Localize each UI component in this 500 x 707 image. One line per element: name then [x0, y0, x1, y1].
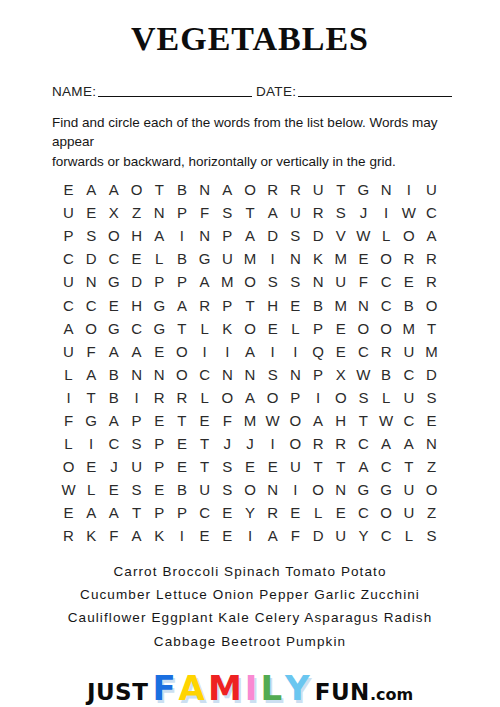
grid-cell-r6c3[interactable]: E [103, 293, 126, 316]
grid-cell-r16c4[interactable]: A [125, 524, 148, 547]
grid-cell-r11c12[interactable]: A [307, 409, 330, 432]
grid-cell-r8c2[interactable]: F [80, 340, 103, 363]
grid-cell-r2c17[interactable]: C [420, 201, 443, 224]
grid-cell-r7c17[interactable]: T [420, 317, 443, 340]
date-blank-line [298, 82, 452, 97]
grid-cell-r11c5[interactable]: E [148, 409, 171, 432]
grid-cell-r4c8[interactable]: U [216, 247, 239, 270]
grid-cell-r7c11[interactable]: L [284, 317, 307, 340]
name-date-row: NAME: DATE: [52, 82, 456, 99]
grid-cell-r7c5[interactable]: G [148, 317, 171, 340]
grid-cell-r15c2[interactable]: A [80, 501, 103, 524]
grid-cell-r10c1[interactable]: I [57, 386, 80, 409]
grid-cell-r3c3[interactable]: O [103, 224, 126, 247]
grid-cell-r6c16[interactable]: B [397, 293, 420, 316]
grid-cell-r2c14[interactable]: J [352, 201, 375, 224]
grid-cell-r15c5[interactable]: P [148, 501, 171, 524]
grid-cell-r14c12[interactable]: O [307, 478, 330, 501]
grid-cell-r14c3[interactable]: E [103, 478, 126, 501]
grid-cell-r7c12[interactable]: P [307, 317, 330, 340]
grid-cell-r12c13[interactable]: R [329, 432, 352, 455]
grid-cell-r11c10[interactable]: W [261, 409, 284, 432]
grid-cell-r7c7[interactable]: L [193, 317, 216, 340]
grid-cell-r7c3[interactable]: G [103, 317, 126, 340]
grid-cell-r14c11[interactable]: I [284, 478, 307, 501]
grid-cell-r7c4[interactable]: C [125, 317, 148, 340]
grid-cell-r4c15[interactable]: O [375, 247, 398, 270]
grid-cell-r5c7[interactable]: A [193, 270, 216, 293]
grid-cell-r14c8[interactable]: S [216, 478, 239, 501]
grid-cell-r14c4[interactable]: S [125, 478, 148, 501]
grid-cell-r14c2[interactable]: L [80, 478, 103, 501]
grid-cell-r4c5[interactable]: L [148, 247, 171, 270]
grid-cell-r11c2[interactable]: G [80, 409, 103, 432]
grid-cell-r15c13[interactable]: E [329, 501, 352, 524]
instructions: Find and circle each of the words from t… [52, 113, 456, 172]
grid-cell-r15c7[interactable]: C [193, 501, 216, 524]
grid-cell-r9c10[interactable]: S [261, 363, 284, 386]
grid-cell-r2c13[interactable]: S [329, 201, 352, 224]
grid-cell-r16c3[interactable]: F [103, 524, 126, 547]
grid-cell-r3c16[interactable]: O [397, 224, 420, 247]
grid-cell-r5c2[interactable]: N [80, 270, 103, 293]
word-search-grid: EAAOTBNAORRUTGNIUUEXZNPFSTAURSJIWCPSOHAI… [57, 178, 443, 548]
grid-cell-r13c17[interactable]: Z [420, 455, 443, 478]
grid-cell-r1c3[interactable]: A [103, 178, 126, 201]
grid-cell-r15c12[interactable]: L [307, 501, 330, 524]
grid-cell-r15c14[interactable]: C [352, 501, 375, 524]
grid-cell-r14c13[interactable]: N [329, 478, 352, 501]
grid-cell-r5c4[interactable]: D [125, 270, 148, 293]
grid-cell-r13c6[interactable]: E [171, 455, 194, 478]
grid-cell-r9c12[interactable]: P [307, 363, 330, 386]
grid-cell-r16c11[interactable]: F [284, 524, 307, 547]
grid-cell-r2c12[interactable]: R [307, 201, 330, 224]
instructions-line-1: Find and circle each of the words from t… [52, 113, 456, 152]
grid-cell-r2c15[interactable]: I [375, 201, 398, 224]
grid-cell-r9c6[interactable]: O [171, 363, 194, 386]
grid-cell-r10c4[interactable]: I [125, 386, 148, 409]
grid-cell-r5c11[interactable]: S [284, 270, 307, 293]
grid-wrapper: EAAOTBNAORRUTGNIUUEXZNPFSTAURSJIWCPSOHAI… [0, 178, 500, 548]
grid-cell-r15c16[interactable]: U [397, 501, 420, 524]
grid-cell-r16c12[interactable]: D [307, 524, 330, 547]
grid-cell-r12c10[interactable]: I [261, 432, 284, 455]
grid-cell-r2c4[interactable]: Z [125, 201, 148, 224]
grid-cell-r14c10[interactable]: N [261, 478, 284, 501]
grid-cell-r10c7[interactable]: L [193, 386, 216, 409]
grid-cell-r11c7[interactable]: E [193, 409, 216, 432]
grid-cell-r4c9[interactable]: M [239, 247, 262, 270]
grid-cell-r11c1[interactable]: F [57, 409, 80, 432]
grid-cell-r16c2[interactable]: K [80, 524, 103, 547]
grid-cell-r10c9[interactable]: A [239, 386, 262, 409]
grid-cell-r12c1[interactable]: L [57, 432, 80, 455]
grid-cell-r4c14[interactable]: E [352, 247, 375, 270]
grid-cell-r7c13[interactable]: E [329, 317, 352, 340]
grid-cell-r3c9[interactable]: A [239, 224, 262, 247]
grid-cell-r3c11[interactable]: S [284, 224, 307, 247]
grid-cell-r4c16[interactable]: R [397, 247, 420, 270]
grid-cell-r8c10[interactable]: I [261, 340, 284, 363]
grid-cell-r6c17[interactable]: O [420, 293, 443, 316]
grid-cell-r13c10[interactable]: E [261, 455, 284, 478]
grid-cell-r8c7[interactable]: I [193, 340, 216, 363]
grid-cell-r6c2[interactable]: C [80, 293, 103, 316]
page-title: VEGETABLES [0, 20, 500, 58]
grid-cell-r4c10[interactable]: I [261, 247, 284, 270]
grid-cell-r8c11[interactable]: I [284, 340, 307, 363]
grid-cell-r2c7[interactable]: F [193, 201, 216, 224]
grid-cell-r9c15[interactable]: B [375, 363, 398, 386]
grid-cell-r9c14[interactable]: W [352, 363, 375, 386]
grid-cell-r15c11[interactable]: E [284, 501, 307, 524]
grid-cell-r5c10[interactable]: S [261, 270, 284, 293]
grid-cell-r6c13[interactable]: M [329, 293, 352, 316]
grid-cell-r2c2[interactable]: E [80, 201, 103, 224]
grid-cell-r16c6[interactable]: I [171, 524, 194, 547]
grid-cell-r10c14[interactable]: S [352, 386, 375, 409]
grid-cell-r11c8[interactable]: F [216, 409, 239, 432]
grid-cell-r6c10[interactable]: H [261, 293, 284, 316]
grid-cell-r15c3[interactable]: A [103, 501, 126, 524]
grid-cell-r1c17[interactable]: U [420, 178, 443, 201]
grid-cell-r3c4[interactable]: H [125, 224, 148, 247]
grid-cell-r13c8[interactable]: S [216, 455, 239, 478]
grid-cell-r13c16[interactable]: T [397, 455, 420, 478]
grid-cell-r11c14[interactable]: T [352, 409, 375, 432]
grid-cell-r16c7[interactable]: E [193, 524, 216, 547]
grid-cell-r3c14[interactable]: W [352, 224, 375, 247]
grid-cell-r3c7[interactable]: N [193, 224, 216, 247]
grid-cell-r14c9[interactable]: O [239, 478, 262, 501]
grid-cell-r16c5[interactable]: K [148, 524, 171, 547]
instructions-line-2: forwards or backward, horizontally or ve… [52, 152, 456, 172]
grid-cell-r9c1[interactable]: L [57, 363, 80, 386]
grid-cell-r3c2[interactable]: S [80, 224, 103, 247]
grid-cell-r8c6[interactable]: O [171, 340, 194, 363]
logo-letter-y: Y [284, 668, 312, 707]
grid-cell-r2c3[interactable]: X [103, 201, 126, 224]
grid-cell-r15c4[interactable]: T [125, 501, 148, 524]
grid-cell-r6c1[interactable]: C [57, 293, 80, 316]
grid-cell-r6c6[interactable]: A [171, 293, 194, 316]
grid-cell-r2c10[interactable]: A [261, 201, 284, 224]
grid-cell-r10c2[interactable]: T [80, 386, 103, 409]
grid-cell-r4c7[interactable]: G [193, 247, 216, 270]
grid-cell-r3c10[interactable]: D [261, 224, 284, 247]
grid-cell-r13c1[interactable]: O [57, 455, 80, 478]
grid-cell-r3c12[interactable]: D [307, 224, 330, 247]
grid-cell-r10c3[interactable]: B [103, 386, 126, 409]
grid-cell-r9c17[interactable]: D [420, 363, 443, 386]
grid-cell-r6c7[interactable]: R [193, 293, 216, 316]
logo-just-text: JUST [87, 679, 149, 705]
grid-cell-r2c6[interactable]: P [171, 201, 194, 224]
logo-letter-l: L [259, 668, 284, 707]
grid-cell-r12c11[interactable]: O [284, 432, 307, 455]
grid-cell-r5c9[interactable]: O [239, 270, 262, 293]
grid-cell-r5c5[interactable]: P [148, 270, 171, 293]
grid-cell-r16c13[interactable]: U [329, 524, 352, 547]
grid-cell-r14c7[interactable]: U [193, 478, 216, 501]
grid-cell-r1c1[interactable]: E [57, 178, 80, 201]
grid-cell-r9c9[interactable]: N [239, 363, 262, 386]
name-blank-line [98, 82, 252, 97]
grid-cell-r10c17[interactable]: S [420, 386, 443, 409]
grid-cell-r9c5[interactable]: N [148, 363, 171, 386]
grid-cell-r11c11[interactable]: O [284, 409, 307, 432]
grid-cell-r1c10[interactable]: R [261, 178, 284, 201]
grid-cell-r4c12[interactable]: K [307, 247, 330, 270]
grid-cell-r16c8[interactable]: E [216, 524, 239, 547]
grid-cell-r2c1[interactable]: U [57, 201, 80, 224]
grid-cell-r5c8[interactable]: M [216, 270, 239, 293]
grid-cell-r15c17[interactable]: Z [420, 501, 443, 524]
grid-cell-r8c9[interactable]: A [239, 340, 262, 363]
grid-cell-r1c6[interactable]: B [171, 178, 194, 201]
grid-cell-r15c1[interactable]: E [57, 501, 80, 524]
grid-cell-r16c1[interactable]: R [57, 524, 80, 547]
grid-cell-r5c12[interactable]: N [307, 270, 330, 293]
grid-cell-r13c14[interactable]: A [352, 455, 375, 478]
grid-cell-r1c14[interactable]: G [352, 178, 375, 201]
grid-cell-r13c12[interactable]: T [307, 455, 330, 478]
grid-cell-r13c4[interactable]: U [125, 455, 148, 478]
grid-cell-r8c17[interactable]: M [420, 340, 443, 363]
grid-cell-r10c12[interactable]: I [307, 386, 330, 409]
grid-cell-r10c13[interactable]: O [329, 386, 352, 409]
grid-cell-r1c8[interactable]: A [216, 178, 239, 201]
logo-com-text: .com [370, 685, 413, 704]
grid-cell-r14c6[interactable]: B [171, 478, 194, 501]
grid-cell-r11c13[interactable]: H [329, 409, 352, 432]
grid-cell-r16c15[interactable]: C [375, 524, 398, 547]
grid-cell-r11c9[interactable]: M [239, 409, 262, 432]
grid-cell-r12c4[interactable]: S [125, 432, 148, 455]
grid-cell-r13c7[interactable]: T [193, 455, 216, 478]
grid-cell-r11c15[interactable]: W [375, 409, 398, 432]
grid-cell-r10c11[interactable]: P [284, 386, 307, 409]
grid-cell-r8c4[interactable]: A [125, 340, 148, 363]
grid-cell-r1c11[interactable]: R [284, 178, 307, 201]
grid-cell-r8c1[interactable]: U [57, 340, 80, 363]
grid-cell-r14c15[interactable]: G [375, 478, 398, 501]
grid-cell-r4c13[interactable]: M [329, 247, 352, 270]
grid-cell-r6c4[interactable]: H [125, 293, 148, 316]
grid-cell-r1c2[interactable]: A [80, 178, 103, 201]
grid-cell-r9c3[interactable]: B [103, 363, 126, 386]
grid-cell-r12c12[interactable]: R [307, 432, 330, 455]
grid-cell-r7c16[interactable]: M [397, 317, 420, 340]
grid-cell-r4c17[interactable]: R [420, 247, 443, 270]
grid-cell-r2c8[interactable]: S [216, 201, 239, 224]
word-list-line-2: Cucumber Lettuce Onion Pepper Garlic Zuc… [0, 583, 500, 606]
grid-cell-r3c17[interactable]: A [420, 224, 443, 247]
grid-cell-r6c5[interactable]: G [148, 293, 171, 316]
grid-cell-r7c15[interactable]: O [375, 317, 398, 340]
grid-cell-r11c17[interactable]: E [420, 409, 443, 432]
grid-cell-r4c2[interactable]: D [80, 247, 103, 270]
grid-cell-r8c5[interactable]: E [148, 340, 171, 363]
grid-cell-r9c2[interactable]: A [80, 363, 103, 386]
grid-cell-r12c3[interactable]: C [103, 432, 126, 455]
grid-cell-r12c14[interactable]: C [352, 432, 375, 455]
logo-letter-a: A [178, 668, 207, 707]
grid-cell-r7c6[interactable]: T [171, 317, 194, 340]
grid-cell-r7c14[interactable]: O [352, 317, 375, 340]
grid-cell-r1c12[interactable]: U [307, 178, 330, 201]
grid-cell-r12c5[interactable]: P [148, 432, 171, 455]
grid-cell-r14c14[interactable]: G [352, 478, 375, 501]
grid-cell-r6c9[interactable]: T [239, 293, 262, 316]
grid-cell-r14c5[interactable]: E [148, 478, 171, 501]
grid-cell-r14c16[interactable]: U [397, 478, 420, 501]
grid-cell-r3c1[interactable]: P [57, 224, 80, 247]
name-label: NAME: [52, 84, 96, 99]
grid-cell-r11c16[interactable]: C [397, 409, 420, 432]
grid-cell-r1c4[interactable]: O [125, 178, 148, 201]
grid-cell-r14c17[interactable]: O [420, 478, 443, 501]
grid-cell-r8c12[interactable]: Q [307, 340, 330, 363]
logo-letter-m: M [207, 668, 244, 707]
grid-cell-r16c10[interactable]: A [261, 524, 284, 547]
grid-cell-r4c6[interactable]: B [171, 247, 194, 270]
grid-cell-r1c15[interactable]: N [375, 178, 398, 201]
grid-cell-r3c13[interactable]: V [329, 224, 352, 247]
grid-cell-r5c15[interactable]: C [375, 270, 398, 293]
grid-cell-r5c6[interactable]: P [171, 270, 194, 293]
grid-cell-r3c6[interactable]: I [171, 224, 194, 247]
grid-cell-r8c8[interactable]: I [216, 340, 239, 363]
logo-letter-i: I [244, 668, 260, 707]
grid-cell-r10c16[interactable]: U [397, 386, 420, 409]
grid-cell-r9c8[interactable]: N [216, 363, 239, 386]
grid-cell-r3c5[interactable]: A [148, 224, 171, 247]
grid-cell-r12c6[interactable]: E [171, 432, 194, 455]
grid-cell-r7c1[interactable]: A [57, 317, 80, 340]
grid-cell-r8c13[interactable]: E [329, 340, 352, 363]
grid-cell-r16c17[interactable]: S [420, 524, 443, 547]
grid-cell-r10c8[interactable]: O [216, 386, 239, 409]
grid-cell-r12c16[interactable]: A [397, 432, 420, 455]
grid-cell-r14c1[interactable]: W [57, 478, 80, 501]
grid-cell-r16c9[interactable]: I [239, 524, 262, 547]
logo-family: FAMILY [151, 668, 311, 707]
grid-cell-r6c15[interactable]: C [375, 293, 398, 316]
grid-cell-r9c16[interactable]: C [397, 363, 420, 386]
grid-cell-r12c17[interactable]: N [420, 432, 443, 455]
grid-cell-r6c14[interactable]: N [352, 293, 375, 316]
grid-cell-r5c14[interactable]: F [352, 270, 375, 293]
grid-cell-r11c4[interactable]: P [125, 409, 148, 432]
grid-cell-r1c9[interactable]: O [239, 178, 262, 201]
grid-cell-r11c6[interactable]: T [171, 409, 194, 432]
grid-cell-r3c8[interactable]: P [216, 224, 239, 247]
grid-cell-r16c16[interactable]: L [397, 524, 420, 547]
grid-cell-r15c15[interactable]: O [375, 501, 398, 524]
grid-cell-r11c3[interactable]: A [103, 409, 126, 432]
grid-cell-r3c15[interactable]: L [375, 224, 398, 247]
grid-cell-r1c16[interactable]: I [397, 178, 420, 201]
grid-cell-r10c10[interactable]: O [261, 386, 284, 409]
grid-cell-r15c10[interactable]: R [261, 501, 284, 524]
grid-cell-r1c7[interactable]: N [193, 178, 216, 201]
grid-cell-r15c9[interactable]: Y [239, 501, 262, 524]
grid-cell-r4c3[interactable]: C [103, 247, 126, 270]
grid-cell-r8c14[interactable]: C [352, 340, 375, 363]
grid-cell-r6c12[interactable]: B [307, 293, 330, 316]
grid-cell-r9c11[interactable]: N [284, 363, 307, 386]
grid-cell-r9c7[interactable]: C [193, 363, 216, 386]
grid-cell-r15c6[interactable]: P [171, 501, 194, 524]
word-list-line-3: Cauliflower Eggplant Kale Celery Asparag… [0, 606, 500, 629]
word-list-line-1: Carrot Broccoli Spinach Tomato Potato [0, 560, 500, 583]
grid-cell-r6c11[interactable]: E [284, 293, 307, 316]
grid-cell-r8c3[interactable]: A [103, 340, 126, 363]
grid-cell-r7c9[interactable]: O [239, 317, 262, 340]
grid-cell-r6c8[interactable]: P [216, 293, 239, 316]
grid-cell-r4c11[interactable]: N [284, 247, 307, 270]
grid-cell-r2c5[interactable]: N [148, 201, 171, 224]
word-list-line-4: Cabbage Beetroot Pumpkin [0, 630, 500, 653]
grid-cell-r1c5[interactable]: T [148, 178, 171, 201]
grid-cell-r10c6[interactable]: R [171, 386, 194, 409]
grid-cell-r13c15[interactable]: C [375, 455, 398, 478]
grid-cell-r5c17[interactable]: R [420, 270, 443, 293]
grid-cell-r10c5[interactable]: R [148, 386, 171, 409]
grid-cell-r13c11[interactable]: U [284, 455, 307, 478]
grid-cell-r8c16[interactable]: U [397, 340, 420, 363]
grid-cell-r2c9[interactable]: T [239, 201, 262, 224]
grid-cell-r9c13[interactable]: X [329, 363, 352, 386]
word-list: Carrot Broccoli Spinach Tomato Potato Cu… [0, 560, 500, 653]
grid-cell-r13c5[interactable]: P [148, 455, 171, 478]
grid-cell-r4c1[interactable]: C [57, 247, 80, 270]
grid-cell-r12c7[interactable]: T [193, 432, 216, 455]
grid-cell-r10c15[interactable]: L [375, 386, 398, 409]
grid-cell-r2c11[interactable]: U [284, 201, 307, 224]
grid-cell-r5c3[interactable]: G [103, 270, 126, 293]
grid-cell-r12c9[interactable]: J [239, 432, 262, 455]
grid-cell-r13c13[interactable]: T [329, 455, 352, 478]
grid-cell-r12c15[interactable]: A [375, 432, 398, 455]
grid-cell-r7c10[interactable]: E [261, 317, 284, 340]
grid-cell-r16c14[interactable]: Y [352, 524, 375, 547]
grid-cell-r5c16[interactable]: E [397, 270, 420, 293]
just-family-fun-logo: JUST FAMILY FUN .com [0, 668, 500, 707]
grid-cell-r13c2[interactable]: E [80, 455, 103, 478]
grid-cell-r9c4[interactable]: N [125, 363, 148, 386]
grid-cell-r2c16[interactable]: W [397, 201, 420, 224]
grid-cell-r7c8[interactable]: K [216, 317, 239, 340]
grid-cell-r12c8[interactable]: J [216, 432, 239, 455]
grid-cell-r13c9[interactable]: E [239, 455, 262, 478]
date-label: DATE: [256, 84, 296, 99]
grid-cell-r15c8[interactable]: E [216, 501, 239, 524]
grid-cell-r1c13[interactable]: T [329, 178, 352, 201]
grid-cell-r5c13[interactable]: U [329, 270, 352, 293]
grid-cell-r7c2[interactable]: O [80, 317, 103, 340]
grid-cell-r4c4[interactable]: E [125, 247, 148, 270]
worksheet-page: VEGETABLES NAME: DATE: Find and circle e… [0, 20, 500, 707]
grid-cell-r12c2[interactable]: I [80, 432, 103, 455]
logo-fun-text: FUN [315, 679, 370, 705]
grid-cell-r13c3[interactable]: J [103, 455, 126, 478]
logo-letter-f: F [151, 668, 177, 707]
grid-cell-r5c1[interactable]: U [57, 270, 80, 293]
grid-cell-r8c15[interactable]: R [375, 340, 398, 363]
